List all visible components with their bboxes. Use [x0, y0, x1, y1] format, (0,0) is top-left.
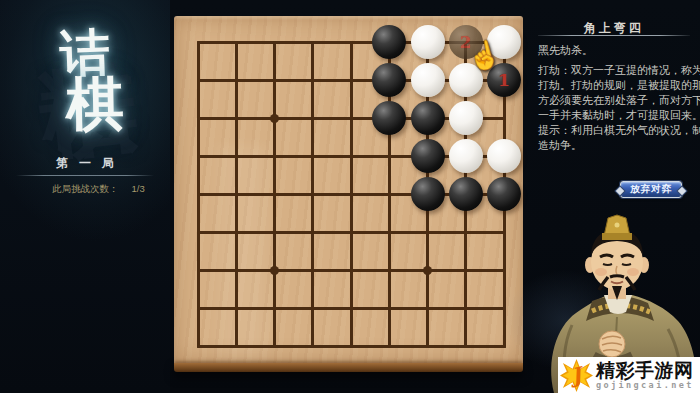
watermark-site-url: gojingcai.net — [596, 380, 694, 390]
puzzle-logo-char-2: 棋 — [65, 65, 124, 144]
white-stone — [411, 25, 445, 59]
forfeit-button-label: 放弃对弈 — [630, 183, 672, 196]
game-screen: 诘棋 诘 棋 第一局 此局挑战次数： 1/3 21☝ 角上弯四 黑先劫杀。 打劫… — [0, 0, 700, 393]
white-stone — [411, 63, 445, 97]
black-stone — [411, 139, 445, 173]
attempts-row: 此局挑战次数： 1/3 — [0, 183, 170, 196]
attempts-value: 1/3 — [132, 183, 145, 196]
title-underline — [538, 35, 690, 36]
attempts-label: 此局挑战次数： — [52, 183, 119, 196]
forfeit-button[interactable]: 放弃对弈 — [620, 181, 682, 198]
black-stone — [487, 177, 521, 211]
grid-line-horizontal — [197, 231, 506, 234]
star-point — [270, 266, 279, 275]
button-diamond-right-icon — [678, 186, 686, 194]
watermark-starburst-icon: J — [560, 359, 593, 392]
go-board[interactable]: 21☝ — [174, 16, 523, 363]
puzzle-objective: 黑先劫杀。 — [538, 43, 593, 58]
round-label: 第一局 — [0, 155, 170, 172]
grid-line-horizontal — [197, 307, 506, 310]
board-grid[interactable]: 21☝ — [198, 42, 504, 346]
grid-line-horizontal — [197, 345, 506, 348]
white-stone — [487, 139, 521, 173]
left-panel: 诘棋 诘 棋 第一局 此局挑战次数： 1/3 — [0, 0, 170, 393]
black-stone — [411, 101, 445, 135]
grid-line-horizontal — [197, 269, 506, 272]
white-stone — [449, 139, 483, 173]
white-stone — [449, 101, 483, 135]
puzzle-description: 打劫：双方一子互提的情况，称为打劫。打劫的规则，是被提取的那方必须要先在别处落子… — [538, 63, 700, 153]
star-point — [270, 114, 279, 123]
divider-line — [16, 175, 154, 176]
black-stone — [372, 63, 406, 97]
black-stone — [372, 101, 406, 135]
board-edge-bevel — [174, 363, 523, 372]
watermark-site-name: 精彩手游网 — [596, 360, 694, 380]
black-stone — [411, 177, 445, 211]
button-diamond-left-icon — [616, 186, 624, 194]
star-point — [423, 266, 432, 275]
black-stone — [372, 25, 406, 59]
site-watermark: J 精彩手游网 gojingcai.net — [558, 357, 700, 393]
black-stone — [449, 177, 483, 211]
